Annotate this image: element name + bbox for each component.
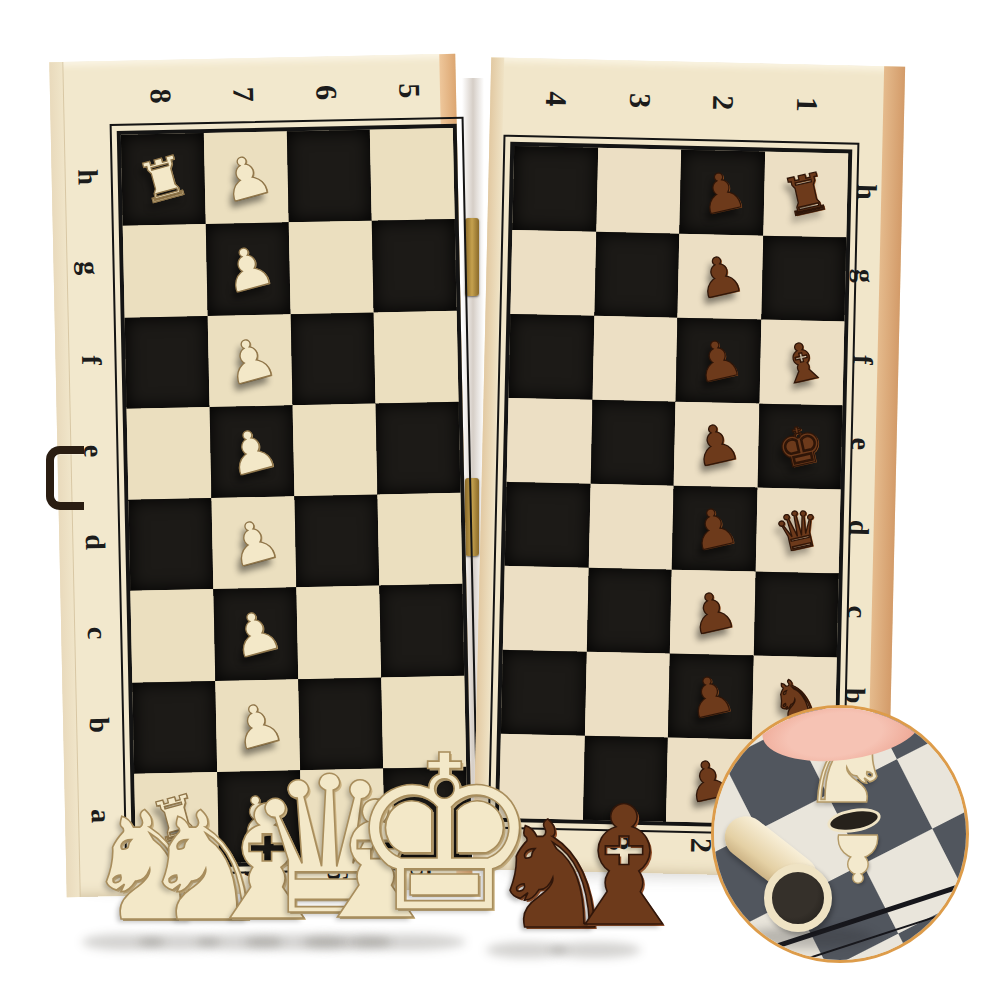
piece-brown-rook-h1[interactable]: ♜ [756,144,856,244]
square-f5[interactable] [374,310,459,403]
square-g6[interactable] [289,221,374,314]
rank-label-2: 2 [699,60,741,144]
rank-label-5: 5 [386,49,428,133]
brass-hinge-icon [465,478,479,556]
square-f4[interactable] [509,314,594,400]
hanging-pawn-piece[interactable]: ♟ [818,824,898,890]
square-h5[interactable] [370,128,455,221]
square-d3[interactable] [588,484,673,570]
square-e5[interactable] [376,402,461,495]
square-d6[interactable] [294,495,379,588]
rank-label-3: 3 [616,59,658,143]
piece-brown-pawn-f2[interactable]: ♟ [668,310,768,410]
square-d8[interactable] [128,498,213,591]
rank-labels-top-right-panel: 4321 [511,78,846,126]
piece-brown-bishop-f1[interactable]: ♝ [752,312,852,412]
magnifier-inset: ♞ ♟ [711,705,969,963]
square-c6[interactable] [296,586,381,679]
piece-brown-pawn-c2[interactable]: ♟ [663,562,763,662]
rank-label-4: 4 [532,57,574,141]
piece-brown-queen-d1[interactable]: ♛ [748,480,848,580]
square-c3[interactable] [586,568,671,654]
rank-label-1: 1 [783,62,825,146]
square-d4[interactable] [505,482,590,568]
square-f8[interactable] [125,316,210,409]
square-g5[interactable] [372,219,457,312]
square-f6[interactable] [291,312,376,405]
rank-label-7: 7 [220,52,262,136]
square-e6[interactable] [293,403,378,496]
piece-brown-pawn-g2[interactable]: ♟ [670,227,770,327]
piece-brown-pawn-h2[interactable]: ♟ [672,143,772,243]
rank-label-8: 8 [137,54,179,138]
square-c1[interactable] [753,572,838,658]
product-photo-chess-set: 8765 8765 hgfedcba ♜♜♟♟♟♟♟♟♟♟ 4321 4321 … [0,0,1000,1000]
piece-brown-pawn-e2[interactable]: ♟ [666,394,766,494]
square-c5[interactable] [379,584,464,677]
piece-brown-pawn-b2[interactable]: ♟ [661,646,761,746]
square-e3[interactable] [590,400,675,486]
standing-piece-brown-bishop[interactable]: ♝ [550,785,698,950]
square-g8[interactable] [123,224,208,317]
rank-label-6: 6 [303,51,345,135]
piece-brown-king-e1[interactable]: ♚ [750,396,850,496]
square-d5[interactable] [377,493,462,586]
square-b3[interactable] [584,652,669,738]
square-e4[interactable] [507,398,592,484]
square-h4[interactable] [512,146,597,232]
square-h3[interactable] [596,148,681,234]
square-c4[interactable] [503,566,588,652]
square-g1[interactable] [761,236,846,322]
piece-brown-pawn-d2[interactable]: ♟ [664,478,764,578]
square-f3[interactable] [592,316,677,402]
brass-hinge-icon [465,218,479,296]
rank-labels-top-left-panel: 8765 [116,70,449,117]
square-h6[interactable] [287,130,372,223]
square-c8[interactable] [130,589,215,682]
square-e8[interactable] [127,407,212,500]
square-g4[interactable] [510,230,595,316]
square-b8[interactable] [132,681,217,774]
square-g3[interactable] [594,232,679,318]
clasp-latch [46,446,84,510]
